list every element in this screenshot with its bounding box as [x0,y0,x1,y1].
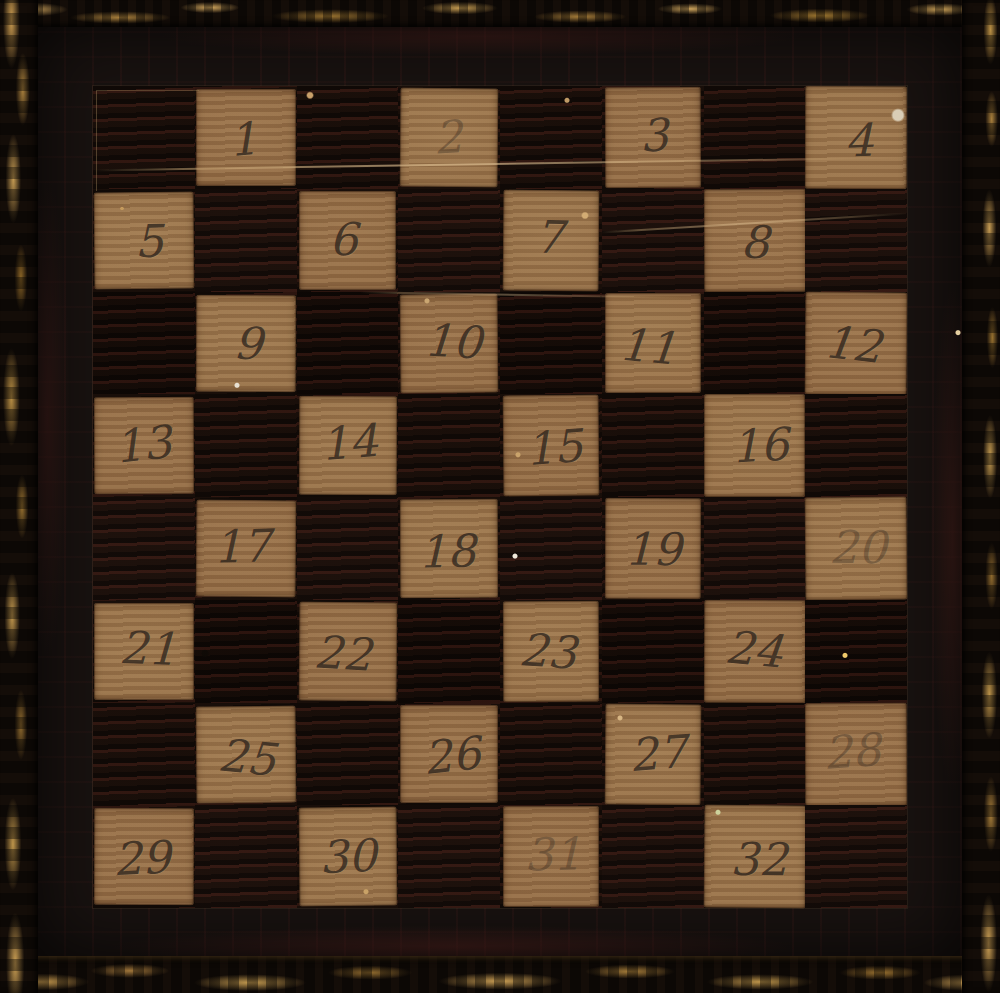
square-r4c5-number-15[interactable]: 15 [503,395,600,497]
square-r1c7[interactable] [704,86,806,189]
checkerboard: 1234567891011121314151617181920212223242… [93,86,907,908]
square-r3c3[interactable] [297,292,399,395]
frame-top [0,0,1000,27]
square-number: 13 [88,391,198,498]
frame-right [962,0,1000,993]
square-r3c1[interactable] [93,292,195,395]
square-r8c3-number-30[interactable]: 30 [298,807,397,907]
checkers-board-photo: 1234567891011121314151617181920212223242… [0,0,1000,993]
square-r2c3-number-6[interactable]: 6 [299,191,397,290]
square-r7c8-number-28[interactable]: 28 [805,702,907,805]
square-number: 7 [500,185,598,288]
square-number: 23 [497,598,599,705]
square-r4c6[interactable] [602,394,704,497]
square-number: 9 [195,292,300,394]
square-r3c6-number-11[interactable]: 11 [605,293,701,394]
square-number: 16 [706,392,813,500]
square-r7c6-number-27[interactable]: 27 [604,703,701,805]
frame-bottom [0,956,1000,993]
square-r6c6[interactable] [602,600,704,703]
square-r3c4-number-10[interactable]: 10 [400,293,499,393]
square-number: 32 [707,808,810,912]
square-number: 3 [603,82,704,188]
square-number: 25 [192,704,301,810]
square-number: 30 [296,805,398,908]
square-r3c5[interactable] [500,292,602,395]
square-r5c3[interactable] [297,497,399,600]
square-number: 27 [606,699,709,807]
square-r2c8[interactable] [805,189,907,292]
square-number: 29 [90,808,194,909]
square-r8c4[interactable] [398,805,500,908]
square-number: 10 [401,289,505,394]
square-r4c1-number-13[interactable]: 13 [94,397,194,494]
square-r2c6[interactable] [602,189,704,292]
square-r6c3-number-22[interactable]: 22 [298,601,397,701]
square-r5c7[interactable] [704,497,806,600]
square-r6c1-number-21[interactable]: 21 [94,603,194,700]
square-r5c5[interactable] [500,497,602,600]
square-number: 18 [397,501,497,602]
square-r4c8[interactable] [805,394,907,497]
square-r2c7-number-8[interactable]: 8 [703,189,805,292]
square-r4c4[interactable] [398,394,500,497]
square-number: 26 [398,701,506,809]
square-r2c5-number-7[interactable]: 7 [503,189,600,291]
square-r7c2-number-25[interactable]: 25 [195,705,296,803]
square-number: 19 [605,499,701,600]
square-r5c8-number-20[interactable]: 20 [805,497,908,601]
square-number: 15 [502,394,605,502]
square-r5c4-number-18[interactable]: 18 [400,499,498,598]
square-r7c1[interactable] [93,703,195,806]
square-r6c2[interactable] [195,600,297,703]
square-r6c7-number-24[interactable]: 24 [703,600,805,703]
square-number: 5 [98,191,200,290]
square-number: 6 [295,190,393,289]
square-r8c1-number-29[interactable]: 29 [94,808,194,905]
square-r5c1[interactable] [93,497,195,600]
square-r6c4[interactable] [398,600,500,703]
square-number: 11 [596,292,700,401]
square-number: 2 [396,85,500,190]
square-number: 21 [96,598,199,698]
square-r8c8[interactable] [805,805,907,908]
square-r5c6-number-19[interactable]: 19 [605,498,701,599]
square-r6c5-number-23[interactable]: 23 [503,601,599,702]
square-number: 24 [698,593,809,705]
square-r5c2-number-17[interactable]: 17 [195,500,296,598]
square-number: 4 [807,87,912,193]
square-r2c4[interactable] [398,189,500,292]
square-r7c7[interactable] [704,703,806,806]
square-r8c7-number-32[interactable]: 32 [703,805,806,909]
square-r4c2[interactable] [195,394,297,497]
square-number: 14 [296,389,402,496]
square-r1c8-number-4[interactable]: 4 [805,86,907,189]
frame-left [0,0,38,993]
square-number: 20 [807,496,910,600]
square-number: 31 [504,803,601,905]
square-r7c4-number-26[interactable]: 26 [400,705,498,804]
square-r1c2-number-1[interactable]: 1 [196,89,296,186]
square-r8c5-number-31[interactable]: 31 [503,806,599,907]
square-r8c6[interactable] [602,805,704,908]
square-r4c3-number-14[interactable]: 14 [298,396,396,495]
square-number: 17 [191,497,293,596]
square-number: 1 [189,87,297,192]
square-r4c7-number-16[interactable]: 16 [704,394,806,497]
square-r2c1-number-5[interactable]: 5 [94,191,195,289]
square-r6c8[interactable] [805,600,907,703]
square-number: 28 [798,696,907,806]
square-r1c4-number-2[interactable]: 2 [400,88,499,188]
square-number: 12 [797,287,910,401]
square-r1c1[interactable] [93,86,195,189]
square-r2c2[interactable] [195,189,297,292]
square-r3c8-number-12[interactable]: 12 [805,291,908,395]
square-r3c2-number-9[interactable]: 9 [196,294,296,391]
square-r1c5[interactable] [500,86,602,189]
square-number: 8 [702,189,807,295]
square-r7c5[interactable] [500,703,602,806]
square-r1c6-number-3[interactable]: 3 [605,87,701,188]
square-r7c3[interactable] [297,703,399,806]
square-r3c7[interactable] [704,292,806,395]
square-r8c2[interactable] [195,805,297,908]
square-number: 22 [291,601,395,706]
square-r1c3[interactable] [297,86,399,189]
